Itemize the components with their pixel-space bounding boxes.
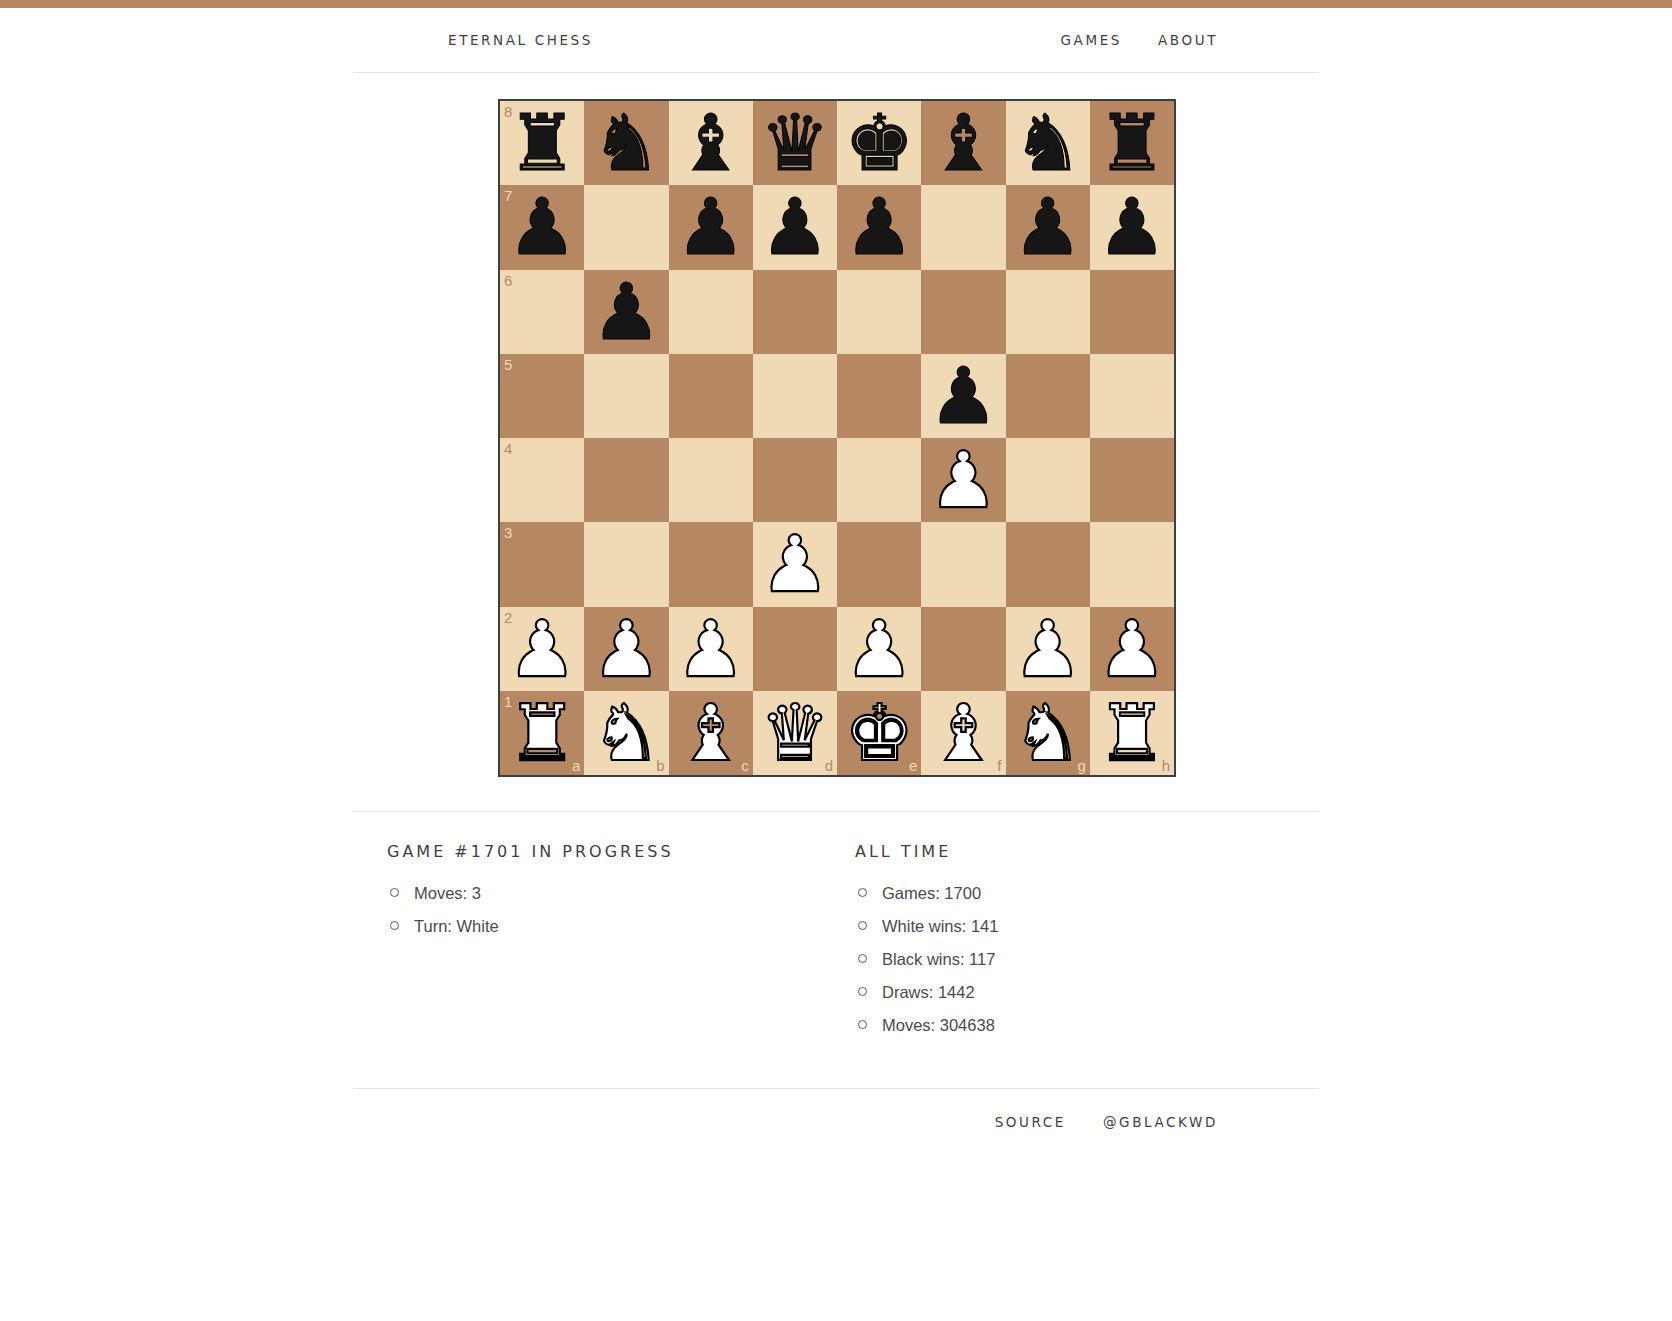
file-label-f: f: [997, 758, 1001, 773]
stat-white-wins: White wins: 141: [855, 916, 998, 936]
square-h1: h♜: [1090, 691, 1174, 775]
square-b6: ♟: [584, 270, 668, 354]
square-h6: [1090, 270, 1174, 354]
square-f3: [921, 522, 1005, 606]
square-b2: ♟: [584, 607, 668, 691]
stat-draws: Draws: 1442: [855, 982, 998, 1002]
square-c5: [669, 354, 753, 438]
file-label-h: h: [1162, 758, 1170, 773]
file-label-b: b: [656, 758, 664, 773]
piece-white-pawn: ♟: [1013, 610, 1083, 688]
header-divider: [353, 72, 1319, 73]
file-label-e: e: [909, 758, 917, 773]
square-h5: [1090, 354, 1174, 438]
piece-black-pawn: ♟: [760, 188, 830, 266]
square-d2: [753, 607, 837, 691]
square-a3: 3: [500, 522, 584, 606]
piece-black-bishop: ♝: [928, 104, 998, 182]
square-a2: 2♟: [500, 607, 584, 691]
square-a5: 5: [500, 354, 584, 438]
rank-label-6: 6: [504, 273, 512, 288]
square-f6: [921, 270, 1005, 354]
piece-white-rook: ♜: [1097, 694, 1167, 772]
site-header: ETERNAL CHESS GAMES ABOUT: [353, 8, 1319, 72]
piece-white-knight: ♞: [1013, 694, 1083, 772]
square-h8: ♜: [1090, 101, 1174, 185]
square-b7: [584, 185, 668, 269]
square-g8: ♞: [1006, 101, 1090, 185]
piece-black-rook: ♜: [507, 104, 577, 182]
site-footer: SOURCE @GBLACKWD: [353, 1104, 1319, 1140]
piece-black-knight: ♞: [591, 104, 661, 182]
file-label-g: g: [1077, 758, 1085, 773]
square-e6: [837, 270, 921, 354]
piece-black-rook: ♜: [1097, 104, 1167, 182]
rank-label-3: 3: [504, 525, 512, 540]
piece-black-pawn: ♟: [591, 273, 661, 351]
square-c3: [669, 522, 753, 606]
square-e2: ♟: [837, 607, 921, 691]
square-e7: ♟: [837, 185, 921, 269]
piece-black-bishop: ♝: [676, 104, 746, 182]
piece-white-pawn: ♟: [507, 610, 577, 688]
square-c6: [669, 270, 753, 354]
square-c8: ♝: [669, 101, 753, 185]
piece-black-pawn: ♟: [928, 357, 998, 435]
piece-black-pawn: ♟: [1097, 188, 1167, 266]
site-title[interactable]: ETERNAL CHESS: [448, 32, 593, 48]
square-d6: [753, 270, 837, 354]
piece-white-pawn: ♟: [760, 525, 830, 603]
square-f4: ♟: [921, 438, 1005, 522]
all-time-stats: ALL TIME Games: 1700 White wins: 141 Bla…: [855, 842, 998, 1048]
square-f7: [921, 185, 1005, 269]
stat-moves: Moves: 3: [387, 883, 674, 903]
square-c2: ♟: [669, 607, 753, 691]
square-e3: [837, 522, 921, 606]
nav-link-about[interactable]: ABOUT: [1158, 32, 1218, 48]
piece-white-queen: ♛: [760, 694, 830, 772]
square-f8: ♝: [921, 101, 1005, 185]
nav-link-games[interactable]: GAMES: [1061, 32, 1122, 48]
piece-black-pawn: ♟: [507, 188, 577, 266]
file-label-a: a: [572, 758, 580, 773]
square-e5: [837, 354, 921, 438]
square-d8: ♛: [753, 101, 837, 185]
current-game-stats: GAME #1701 IN PROGRESS Moves: 3 Turn: Wh…: [387, 842, 674, 949]
square-a1: 1a♜: [500, 691, 584, 775]
square-a8: 8♜: [500, 101, 584, 185]
square-g7: ♟: [1006, 185, 1090, 269]
square-h2: ♟: [1090, 607, 1174, 691]
rank-label-4: 4: [504, 441, 512, 456]
page: ETERNAL CHESS GAMES ABOUT 8♜♞♝♛♚♝♞♜7♟♟♟♟…: [0, 0, 1672, 1321]
top-accent-bar: [0, 0, 1672, 8]
piece-white-pawn: ♟: [591, 610, 661, 688]
square-g2: ♟: [1006, 607, 1090, 691]
square-g1: g♞: [1006, 691, 1090, 775]
square-h4: [1090, 438, 1174, 522]
square-h7: ♟: [1090, 185, 1174, 269]
piece-white-pawn: ♟: [1097, 610, 1167, 688]
square-h3: [1090, 522, 1174, 606]
square-c4: [669, 438, 753, 522]
all-time-title: ALL TIME: [855, 842, 998, 861]
square-f1: f♝: [921, 691, 1005, 775]
square-b1: b♞: [584, 691, 668, 775]
file-label-c: c: [741, 758, 749, 773]
rank-label-5: 5: [504, 357, 512, 372]
square-g4: [1006, 438, 1090, 522]
square-d5: [753, 354, 837, 438]
square-g5: [1006, 354, 1090, 438]
square-d3: ♟: [753, 522, 837, 606]
piece-black-pawn: ♟: [1013, 188, 1083, 266]
all-time-list: Games: 1700 White wins: 141 Black wins: …: [855, 883, 998, 1035]
board-divider: [353, 811, 1319, 812]
piece-black-pawn: ♟: [676, 188, 746, 266]
main-nav: GAMES ABOUT: [1061, 32, 1218, 48]
stat-total-moves: Moves: 304638: [855, 1015, 998, 1035]
square-d4: [753, 438, 837, 522]
current-game-title: GAME #1701 IN PROGRESS: [387, 842, 674, 861]
square-a7: 7♟: [500, 185, 584, 269]
square-d7: ♟: [753, 185, 837, 269]
rank-label-1: 1: [504, 694, 512, 709]
rank-label-2: 2: [504, 610, 512, 625]
file-label-d: d: [825, 758, 833, 773]
square-b5: [584, 354, 668, 438]
piece-black-pawn: ♟: [844, 188, 914, 266]
square-c1: c♝: [669, 691, 753, 775]
square-f5: ♟: [921, 354, 1005, 438]
piece-white-pawn: ♟: [928, 441, 998, 519]
current-game-list: Moves: 3 Turn: White: [387, 883, 674, 936]
square-g3: [1006, 522, 1090, 606]
piece-black-king: ♚: [844, 104, 914, 182]
square-b8: ♞: [584, 101, 668, 185]
square-e4: [837, 438, 921, 522]
square-e1: e♚: [837, 691, 921, 775]
square-b3: [584, 522, 668, 606]
piece-white-pawn: ♟: [676, 610, 746, 688]
footer-divider: [353, 1088, 1319, 1089]
piece-white-rook: ♜: [507, 694, 577, 772]
square-d1: d♛: [753, 691, 837, 775]
square-a6: 6: [500, 270, 584, 354]
square-c7: ♟: [669, 185, 753, 269]
square-e8: ♚: [837, 101, 921, 185]
stat-black-wins: Black wins: 117: [855, 949, 998, 969]
piece-black-queen: ♛: [760, 104, 830, 182]
piece-white-king: ♚: [844, 694, 914, 772]
piece-white-bishop: ♝: [928, 694, 998, 772]
square-b4: [584, 438, 668, 522]
rank-label-7: 7: [504, 188, 512, 203]
stat-games: Games: 1700: [855, 883, 998, 903]
piece-white-pawn: ♟: [844, 610, 914, 688]
footer-link-author[interactable]: @GBLACKWD: [1103, 1114, 1218, 1130]
square-a4: 4: [500, 438, 584, 522]
square-f2: [921, 607, 1005, 691]
piece-white-knight: ♞: [591, 694, 661, 772]
rank-label-8: 8: [504, 104, 512, 119]
stat-turn: Turn: White: [387, 916, 674, 936]
footer-link-source[interactable]: SOURCE: [995, 1114, 1066, 1130]
piece-white-bishop: ♝: [676, 694, 746, 772]
square-g6: [1006, 270, 1090, 354]
chess-board: 8♜♞♝♛♚♝♞♜7♟♟♟♟♟♟6♟5♟4♟3♟2♟♟♟♟♟♟1a♜b♞c♝d♛…: [498, 99, 1176, 777]
piece-black-knight: ♞: [1013, 104, 1083, 182]
